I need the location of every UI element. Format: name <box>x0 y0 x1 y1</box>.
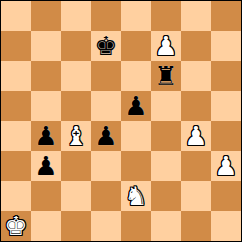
square-d7[interactable]: ♚ <box>91 31 121 61</box>
square-g5[interactable] <box>181 91 211 121</box>
square-f3[interactable] <box>151 151 181 181</box>
square-a1[interactable]: ♚ <box>1 211 31 241</box>
square-b6[interactable] <box>31 61 61 91</box>
square-d1[interactable] <box>91 211 121 241</box>
piece-black-king[interactable]: ♚ <box>94 31 117 61</box>
square-d3[interactable] <box>91 151 121 181</box>
square-e7[interactable] <box>121 31 151 61</box>
piece-white-pawn[interactable]: ♟ <box>184 121 207 151</box>
square-c4[interactable]: ♝ <box>61 121 91 151</box>
square-a8[interactable] <box>1 1 31 31</box>
chess-board: ♚♟♜♟♟♝♟♟♟♟♞♚ <box>0 0 242 242</box>
square-a3[interactable] <box>1 151 31 181</box>
square-e8[interactable] <box>121 1 151 31</box>
piece-white-pawn[interactable]: ♟ <box>154 31 177 61</box>
square-d8[interactable] <box>91 1 121 31</box>
square-h1[interactable] <box>211 211 241 241</box>
square-d5[interactable] <box>91 91 121 121</box>
square-a4[interactable] <box>1 121 31 151</box>
piece-black-pawn[interactable]: ♟ <box>94 121 117 151</box>
square-c5[interactable] <box>61 91 91 121</box>
square-e5[interactable]: ♟ <box>121 91 151 121</box>
piece-white-bishop[interactable]: ♝ <box>64 121 87 151</box>
square-a2[interactable] <box>1 181 31 211</box>
square-h6[interactable] <box>211 61 241 91</box>
square-f8[interactable] <box>151 1 181 31</box>
square-c3[interactable] <box>61 151 91 181</box>
square-e2[interactable]: ♞ <box>121 181 151 211</box>
square-d2[interactable] <box>91 181 121 211</box>
square-h8[interactable] <box>211 1 241 31</box>
piece-white-knight[interactable]: ♞ <box>124 181 147 211</box>
square-g3[interactable] <box>181 151 211 181</box>
square-h3[interactable]: ♟ <box>211 151 241 181</box>
square-f7[interactable]: ♟ <box>151 31 181 61</box>
square-h2[interactable] <box>211 181 241 211</box>
square-f1[interactable] <box>151 211 181 241</box>
square-g2[interactable] <box>181 181 211 211</box>
square-h4[interactable] <box>211 121 241 151</box>
square-b3[interactable]: ♟ <box>31 151 61 181</box>
square-b2[interactable] <box>31 181 61 211</box>
square-d4[interactable]: ♟ <box>91 121 121 151</box>
square-c7[interactable] <box>61 31 91 61</box>
square-b7[interactable] <box>31 31 61 61</box>
square-e6[interactable] <box>121 61 151 91</box>
square-g8[interactable] <box>181 1 211 31</box>
square-e1[interactable] <box>121 211 151 241</box>
square-b8[interactable] <box>31 1 61 31</box>
piece-black-pawn[interactable]: ♟ <box>34 151 57 181</box>
square-f2[interactable] <box>151 181 181 211</box>
square-g4[interactable]: ♟ <box>181 121 211 151</box>
square-a7[interactable] <box>1 31 31 61</box>
square-f5[interactable] <box>151 91 181 121</box>
piece-white-king[interactable]: ♚ <box>4 211 27 241</box>
square-c8[interactable] <box>61 1 91 31</box>
square-e4[interactable] <box>121 121 151 151</box>
square-h5[interactable] <box>211 91 241 121</box>
square-g1[interactable] <box>181 211 211 241</box>
square-g6[interactable] <box>181 61 211 91</box>
piece-black-pawn[interactable]: ♟ <box>124 91 147 121</box>
square-c2[interactable] <box>61 181 91 211</box>
piece-black-rook[interactable]: ♜ <box>154 61 177 91</box>
square-b4[interactable]: ♟ <box>31 121 61 151</box>
square-b1[interactable] <box>31 211 61 241</box>
square-h7[interactable] <box>211 31 241 61</box>
square-c1[interactable] <box>61 211 91 241</box>
square-a5[interactable] <box>1 91 31 121</box>
square-a6[interactable] <box>1 61 31 91</box>
square-g7[interactable] <box>181 31 211 61</box>
square-c6[interactable] <box>61 61 91 91</box>
square-f6[interactable]: ♜ <box>151 61 181 91</box>
square-b5[interactable] <box>31 91 61 121</box>
piece-black-pawn[interactable]: ♟ <box>34 121 57 151</box>
piece-white-pawn[interactable]: ♟ <box>214 151 237 181</box>
square-f4[interactable] <box>151 121 181 151</box>
square-e3[interactable] <box>121 151 151 181</box>
square-d6[interactable] <box>91 61 121 91</box>
